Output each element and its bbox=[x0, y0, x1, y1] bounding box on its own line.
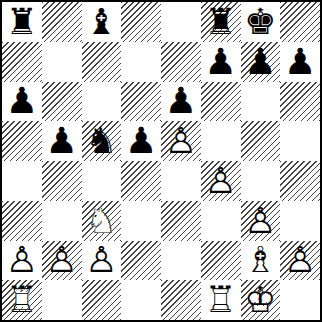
white-pawn-fill: ♟ bbox=[201, 161, 241, 201]
square-c7[interactable] bbox=[82, 42, 122, 82]
black-pawn-piece: ♟ bbox=[161, 82, 201, 122]
white-rook-piece: ♖ bbox=[201, 280, 241, 320]
white-pawn-piece: ♙ bbox=[201, 161, 241, 201]
square-b6[interactable] bbox=[42, 82, 82, 122]
square-a6[interactable]: ♟ bbox=[2, 82, 42, 122]
square-g4[interactable] bbox=[241, 161, 281, 201]
square-h4[interactable] bbox=[280, 161, 320, 201]
square-b2[interactable]: ♟♙ bbox=[42, 241, 82, 281]
square-b1[interactable] bbox=[42, 280, 82, 320]
black-pawn-piece: ♟ bbox=[42, 121, 82, 161]
square-g7[interactable]: ♟ bbox=[241, 42, 281, 82]
square-g3[interactable]: ♟♙ bbox=[241, 201, 281, 241]
square-h2[interactable]: ♟♙ bbox=[280, 241, 320, 281]
square-c3[interactable]: ♞♘ bbox=[82, 201, 122, 241]
square-g6[interactable] bbox=[241, 82, 281, 122]
square-g5[interactable] bbox=[241, 121, 281, 161]
white-pawn-fill: ♟ bbox=[2, 241, 42, 281]
square-e6[interactable]: ♟ bbox=[161, 82, 201, 122]
white-rook-fill: ♜ bbox=[201, 280, 241, 320]
white-pawn-piece: ♙ bbox=[82, 241, 122, 281]
square-c8[interactable]: ♝ bbox=[82, 2, 122, 42]
white-king-piece: ♔ bbox=[241, 280, 281, 320]
square-e3[interactable] bbox=[161, 201, 201, 241]
black-pawn-piece: ♟ bbox=[280, 42, 320, 82]
square-e5[interactable]: ♟♙ bbox=[161, 121, 201, 161]
white-pawn-piece: ♙ bbox=[280, 241, 320, 281]
square-g2[interactable]: ♝♗ bbox=[241, 241, 281, 281]
square-f5[interactable] bbox=[201, 121, 241, 161]
black-pawn-piece: ♟ bbox=[201, 42, 241, 82]
square-e2[interactable] bbox=[161, 241, 201, 281]
square-h3[interactable] bbox=[280, 201, 320, 241]
chess-board: ♜♝♜♚♟♟♟♟♟♟♞♟♟♙♟♙♞♘♟♙♟♙♟♙♟♙♝♗♟♙♜♖♜♖♚♔ bbox=[0, 0, 322, 322]
black-pawn-piece: ♟ bbox=[2, 82, 42, 122]
square-h7[interactable]: ♟ bbox=[280, 42, 320, 82]
square-d3[interactable] bbox=[121, 201, 161, 241]
black-king-piece: ♚ bbox=[241, 2, 281, 42]
white-king-fill: ♚ bbox=[241, 280, 281, 320]
black-pawn-piece: ♟ bbox=[241, 42, 281, 82]
square-f7[interactable]: ♟ bbox=[201, 42, 241, 82]
square-b4[interactable] bbox=[42, 161, 82, 201]
square-e1[interactable] bbox=[161, 280, 201, 320]
white-pawn-fill: ♟ bbox=[42, 241, 82, 281]
white-pawn-fill: ♟ bbox=[280, 241, 320, 281]
square-d4[interactable] bbox=[121, 161, 161, 201]
square-e4[interactable] bbox=[161, 161, 201, 201]
square-c4[interactable] bbox=[82, 161, 122, 201]
square-a7[interactable] bbox=[2, 42, 42, 82]
square-d6[interactable] bbox=[121, 82, 161, 122]
white-knight-fill: ♞ bbox=[82, 201, 122, 241]
white-pawn-fill: ♟ bbox=[82, 241, 122, 281]
black-knight-piece: ♞ bbox=[82, 121, 122, 161]
white-rook-piece: ♖ bbox=[2, 280, 42, 320]
chess-diagram: ♜♝♜♚♟♟♟♟♟♟♞♟♟♙♟♙♞♘♟♙♟♙♟♙♟♙♝♗♟♙♜♖♜♖♚♔ bbox=[0, 0, 322, 322]
white-pawn-piece: ♙ bbox=[42, 241, 82, 281]
square-d1[interactable] bbox=[121, 280, 161, 320]
square-h6[interactable] bbox=[280, 82, 320, 122]
square-b7[interactable] bbox=[42, 42, 82, 82]
square-b8[interactable] bbox=[42, 2, 82, 42]
black-rook-piece: ♜ bbox=[2, 2, 42, 42]
square-g1[interactable]: ♚♔ bbox=[241, 280, 281, 320]
white-pawn-fill: ♟ bbox=[161, 121, 201, 161]
square-c6[interactable] bbox=[82, 82, 122, 122]
square-c2[interactable]: ♟♙ bbox=[82, 241, 122, 281]
white-knight-piece: ♘ bbox=[82, 201, 122, 241]
square-f4[interactable]: ♟♙ bbox=[201, 161, 241, 201]
square-b5[interactable]: ♟ bbox=[42, 121, 82, 161]
square-f8[interactable]: ♜ bbox=[201, 2, 241, 42]
square-d7[interactable] bbox=[121, 42, 161, 82]
black-pawn-piece: ♟ bbox=[121, 121, 161, 161]
square-h8[interactable] bbox=[280, 2, 320, 42]
white-rook-fill: ♜ bbox=[2, 280, 42, 320]
white-bishop-piece: ♗ bbox=[241, 241, 281, 281]
square-d8[interactable] bbox=[121, 2, 161, 42]
white-pawn-piece: ♙ bbox=[2, 241, 42, 281]
square-c1[interactable] bbox=[82, 280, 122, 320]
square-a2[interactable]: ♟♙ bbox=[2, 241, 42, 281]
white-pawn-piece: ♙ bbox=[241, 201, 281, 241]
square-c5[interactable]: ♞ bbox=[82, 121, 122, 161]
black-rook-piece: ♜ bbox=[201, 2, 241, 42]
white-pawn-fill: ♟ bbox=[241, 201, 281, 241]
square-h1[interactable] bbox=[280, 280, 320, 320]
black-bishop-piece: ♝ bbox=[82, 2, 122, 42]
square-e8[interactable] bbox=[161, 2, 201, 42]
square-f6[interactable] bbox=[201, 82, 241, 122]
white-bishop-fill: ♝ bbox=[241, 241, 281, 281]
white-pawn-piece: ♙ bbox=[161, 121, 201, 161]
square-a5[interactable] bbox=[2, 121, 42, 161]
square-b3[interactable] bbox=[42, 201, 82, 241]
square-a3[interactable] bbox=[2, 201, 42, 241]
square-d2[interactable] bbox=[121, 241, 161, 281]
square-a8[interactable]: ♜ bbox=[2, 2, 42, 42]
square-f1[interactable]: ♜♖ bbox=[201, 280, 241, 320]
square-a1[interactable]: ♜♖ bbox=[2, 280, 42, 320]
square-g8[interactable]: ♚ bbox=[241, 2, 281, 42]
square-d5[interactable]: ♟ bbox=[121, 121, 161, 161]
square-f3[interactable] bbox=[201, 201, 241, 241]
square-f2[interactable] bbox=[201, 241, 241, 281]
square-e7[interactable] bbox=[161, 42, 201, 82]
square-a4[interactable] bbox=[2, 161, 42, 201]
square-h5[interactable] bbox=[280, 121, 320, 161]
